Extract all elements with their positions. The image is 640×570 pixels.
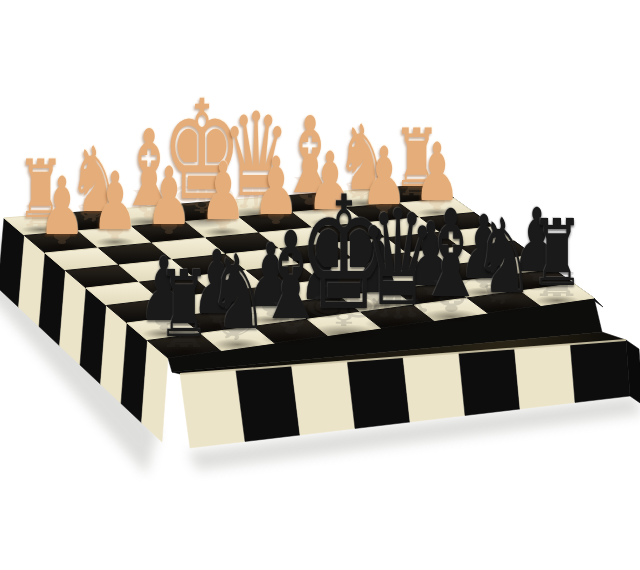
drawer-front-stripe[interactable] <box>236 366 300 442</box>
piece-white-pawn-e2[interactable]: ♟ <box>199 152 246 232</box>
piece-white-pawn-g2[interactable]: ♟ <box>92 162 139 242</box>
piece-black-rook-h8[interactable]: ♜ <box>158 259 212 351</box>
piece-black-knight-b8[interactable]: ♞ <box>474 205 534 308</box>
drawer-front-stripe[interactable] <box>459 349 520 416</box>
drawer-front-stripe[interactable] <box>403 353 465 422</box>
drawer-front-stripe[interactable] <box>347 357 410 429</box>
drawer-front-stripe[interactable] <box>515 344 576 409</box>
piece-white-pawn-h2[interactable]: ♟ <box>38 167 85 247</box>
drawer-front-stripe[interactable] <box>180 370 245 448</box>
drawer-front-stripe[interactable] <box>570 340 630 403</box>
piece-white-pawn-f2[interactable]: ♟ <box>146 157 193 237</box>
chess-set-photo: Modern black and cream lacquered chess b… <box>0 0 640 570</box>
drawer-front-stripe[interactable] <box>292 361 356 435</box>
piece-black-rook-a8[interactable]: ♜ <box>531 208 585 300</box>
